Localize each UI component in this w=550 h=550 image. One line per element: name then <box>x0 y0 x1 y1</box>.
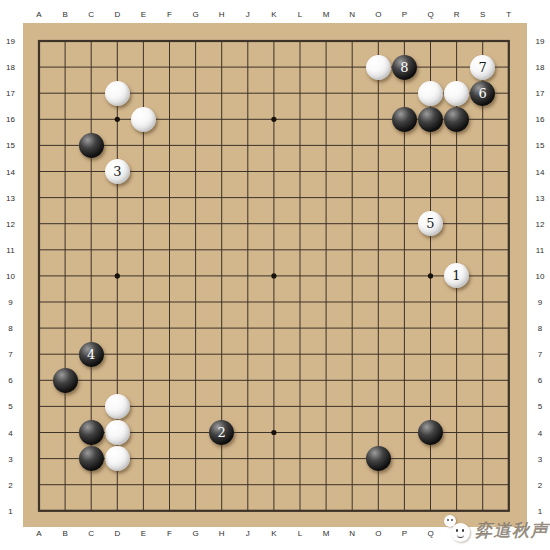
col-label-top-C: C <box>88 9 94 18</box>
row-label-right-9: 9 <box>538 298 542 307</box>
stone-white-R10: 1 <box>444 263 469 288</box>
col-label-bottom-N: N <box>349 529 355 538</box>
stone-black-H4: 2 <box>209 420 234 445</box>
row-label-left-8: 8 <box>8 324 12 333</box>
stone-black-Q16 <box>418 107 443 132</box>
col-label-top-S: S <box>480 9 485 18</box>
col-label-bottom-L: L <box>298 529 302 538</box>
col-label-top-O: O <box>375 9 381 18</box>
stone-black-C4 <box>79 420 104 445</box>
move-number-4: 4 <box>87 348 95 361</box>
move-number-6: 6 <box>478 87 486 100</box>
stone-black-P16 <box>392 107 417 132</box>
stone-white-D14: 3 <box>105 159 130 184</box>
row-label-right-3: 3 <box>538 454 542 463</box>
stone-white-D4 <box>105 420 130 445</box>
row-label-left-4: 4 <box>8 428 12 437</box>
row-label-right-10: 10 <box>536 271 545 280</box>
row-label-right-11: 11 <box>536 245 544 254</box>
row-label-left-10: 10 <box>6 271 15 280</box>
row-label-left-16: 16 <box>6 115 15 124</box>
col-label-bottom-F: F <box>167 529 172 538</box>
col-label-bottom-H: H <box>219 529 225 538</box>
row-label-right-8: 8 <box>538 324 542 333</box>
row-label-right-17: 17 <box>536 89 545 98</box>
col-label-top-J: J <box>246 9 250 18</box>
col-label-bottom-T: T <box>506 529 511 538</box>
stone-black-C3 <box>79 446 104 471</box>
stone-white-E16 <box>131 107 156 132</box>
col-label-top-R: R <box>454 9 460 18</box>
stone-black-C15 <box>79 133 104 158</box>
row-label-right-18: 18 <box>536 63 545 72</box>
row-label-right-12: 12 <box>536 219 545 228</box>
row-label-left-6: 6 <box>8 376 12 385</box>
col-label-top-L: L <box>298 9 302 18</box>
move-number-2: 2 <box>218 426 226 439</box>
row-label-left-2: 2 <box>8 480 12 489</box>
row-label-left-11: 11 <box>6 245 14 254</box>
row-label-right-16: 16 <box>536 115 545 124</box>
move-number-1: 1 <box>452 269 460 282</box>
col-label-top-F: F <box>167 9 172 18</box>
stone-black-R16 <box>444 107 469 132</box>
move-number-7: 7 <box>478 61 486 74</box>
row-label-left-9: 9 <box>8 298 12 307</box>
stone-white-O18 <box>366 55 391 80</box>
row-label-left-19: 19 <box>6 37 15 46</box>
stone-black-B6 <box>53 368 78 393</box>
row-label-left-18: 18 <box>6 63 15 72</box>
stone-black-Q4 <box>418 420 443 445</box>
row-label-right-13: 13 <box>536 193 545 202</box>
stone-white-S18: 7 <box>470 55 495 80</box>
col-label-top-H: H <box>219 9 225 18</box>
row-label-right-2: 2 <box>538 480 542 489</box>
row-label-left-7: 7 <box>8 350 12 359</box>
col-label-bottom-Q: Q <box>427 529 433 538</box>
row-label-right-7: 7 <box>538 350 542 359</box>
go-board-grid[interactable]: 37514286 <box>26 28 522 524</box>
row-label-left-17: 17 <box>6 89 15 98</box>
move-number-8: 8 <box>400 61 408 74</box>
col-label-top-Q: Q <box>427 9 433 18</box>
row-label-left-3: 3 <box>8 454 12 463</box>
move-number-5: 5 <box>426 217 434 230</box>
row-label-right-1: 1 <box>538 506 542 515</box>
stone-white-Q12: 5 <box>418 211 443 236</box>
row-label-right-14: 14 <box>536 167 545 176</box>
col-label-top-D: D <box>114 9 120 18</box>
stone-black-O3 <box>366 446 391 471</box>
col-label-top-K: K <box>271 9 276 18</box>
stone-white-D17 <box>105 81 130 106</box>
col-label-bottom-S: S <box>480 529 485 538</box>
col-label-top-A: A <box>36 9 41 18</box>
col-label-bottom-B: B <box>62 529 67 538</box>
row-label-left-5: 5 <box>8 402 12 411</box>
col-label-bottom-P: P <box>402 529 407 538</box>
go-diagram-page: AABBCCDDEEFFGGHHJJKKLLMMNNOOPPQQRRSSTT19… <box>0 0 550 550</box>
row-label-left-12: 12 <box>6 219 15 228</box>
row-label-right-15: 15 <box>536 141 545 150</box>
stone-white-D3 <box>105 446 130 471</box>
col-label-bottom-D: D <box>114 529 120 538</box>
stone-black-P18: 8 <box>392 55 417 80</box>
row-label-left-14: 14 <box>6 167 15 176</box>
row-label-right-19: 19 <box>536 37 545 46</box>
row-label-left-1: 1 <box>8 506 12 515</box>
row-label-right-4: 4 <box>538 428 542 437</box>
col-label-top-T: T <box>506 9 511 18</box>
col-label-top-P: P <box>402 9 407 18</box>
row-label-left-15: 15 <box>6 141 15 150</box>
row-label-right-6: 6 <box>538 376 542 385</box>
stone-white-D5 <box>105 394 130 419</box>
col-label-bottom-E: E <box>141 529 146 538</box>
col-label-top-G: G <box>192 9 198 18</box>
col-label-bottom-O: O <box>375 529 381 538</box>
col-label-bottom-J: J <box>246 529 250 538</box>
stone-black-C7: 4 <box>79 342 104 367</box>
col-label-top-M: M <box>323 9 330 18</box>
col-label-top-B: B <box>62 9 67 18</box>
move-number-3: 3 <box>113 165 121 178</box>
stone-white-R17 <box>444 81 469 106</box>
col-label-top-E: E <box>141 9 146 18</box>
row-label-left-13: 13 <box>6 193 15 202</box>
col-label-bottom-M: M <box>323 529 330 538</box>
col-label-bottom-K: K <box>271 529 276 538</box>
stone-white-Q17 <box>418 81 443 106</box>
row-label-right-5: 5 <box>538 402 542 411</box>
col-label-bottom-A: A <box>36 529 41 538</box>
col-label-bottom-R: R <box>454 529 460 538</box>
col-label-bottom-C: C <box>88 529 94 538</box>
col-label-top-N: N <box>349 9 355 18</box>
col-label-bottom-G: G <box>192 529 198 538</box>
stone-black-S17: 6 <box>470 81 495 106</box>
